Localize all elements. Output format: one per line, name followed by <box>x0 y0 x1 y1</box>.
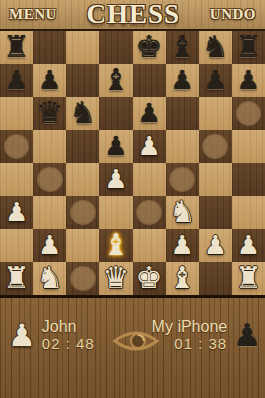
square-h1[interactable]: ♜ <box>232 262 265 295</box>
square-c4[interactable] <box>66 163 99 196</box>
black-pawn-g7[interactable]: ♟ <box>204 67 227 93</box>
square-g5[interactable] <box>199 130 232 163</box>
square-h7[interactable]: ♟ <box>232 64 265 97</box>
square-a1[interactable]: ♜ <box>0 262 33 295</box>
square-e3[interactable] <box>133 196 166 229</box>
square-e5[interactable]: ♟ <box>133 130 166 163</box>
white-rook-h1[interactable]: ♜ <box>235 263 262 293</box>
undo-button[interactable]: UNDO <box>210 6 256 23</box>
white-knight-b1[interactable]: ♞ <box>36 263 63 293</box>
square-a8[interactable]: ♜ <box>0 31 33 64</box>
square-c3[interactable] <box>66 196 99 229</box>
header-bar: MENU CHESS UNDO <box>0 0 265 31</box>
square-h6[interactable] <box>232 97 265 130</box>
square-e1[interactable]: ♚ <box>133 262 166 295</box>
square-b3[interactable] <box>33 196 66 229</box>
black-rook-h8[interactable]: ♜ <box>235 32 262 62</box>
square-a4[interactable] <box>0 163 33 196</box>
legal-move-marker[interactable] <box>202 134 228 160</box>
legal-move-marker[interactable] <box>70 200 96 226</box>
white-pawn-f2[interactable]: ♟ <box>171 232 194 258</box>
square-a7[interactable]: ♟ <box>0 64 33 97</box>
square-d1[interactable]: ♛ <box>99 262 132 295</box>
legal-move-marker[interactable] <box>236 101 262 127</box>
white-player-info: ♟ John 02 : 48 <box>8 318 95 352</box>
white-player-clock: 02 : 48 <box>42 335 95 352</box>
square-g2[interactable]: ♟ <box>199 229 232 262</box>
square-e8[interactable]: ♚ <box>133 31 166 64</box>
square-e2[interactable] <box>133 229 166 262</box>
legal-move-marker[interactable] <box>4 134 30 160</box>
square-f3[interactable]: ♞ <box>166 196 199 229</box>
square-g7[interactable]: ♟ <box>199 64 232 97</box>
square-g4[interactable] <box>199 163 232 196</box>
square-a3[interactable]: ♟ <box>0 196 33 229</box>
white-bishop-f1[interactable]: ♝ <box>169 263 196 293</box>
square-h8[interactable]: ♜ <box>232 31 265 64</box>
square-b1[interactable]: ♞ <box>33 262 66 295</box>
white-pawn-h2[interactable]: ♟ <box>237 232 260 258</box>
square-c7[interactable] <box>66 64 99 97</box>
black-pawn-f7[interactable]: ♟ <box>171 67 194 93</box>
black-player-name: My iPhone <box>152 318 228 335</box>
square-g3[interactable] <box>199 196 232 229</box>
square-d8[interactable] <box>99 31 132 64</box>
white-pawn-a3[interactable]: ♟ <box>5 199 28 225</box>
white-knight-f3[interactable]: ♞ <box>169 197 196 227</box>
white-pawn-b2[interactable]: ♟ <box>38 232 61 258</box>
black-queen-b6[interactable]: ♛ <box>36 98 63 128</box>
white-queen-d1[interactable]: ♛ <box>102 263 129 293</box>
menu-button[interactable]: MENU <box>9 6 57 23</box>
square-d2[interactable]: ♝ <box>99 229 132 262</box>
square-a6[interactable] <box>0 97 33 130</box>
square-g6[interactable] <box>199 97 232 130</box>
chess-board: ♜♚♝♞♜♟♟♝♟♟♟♛♞♟♟♟♟♟♞♟♝♟♟♟♜♞♛♚♝♜ <box>0 31 265 297</box>
square-c2[interactable] <box>66 229 99 262</box>
white-pawn-d4[interactable]: ♟ <box>104 166 127 192</box>
black-bishop-d7[interactable]: ♝ <box>102 65 129 95</box>
square-c6[interactable]: ♞ <box>66 97 99 130</box>
square-h5[interactable] <box>232 130 265 163</box>
footer-bar: ♟ John 02 : 48 My iPhone 01 : 38 ♟ <box>0 297 265 398</box>
black-pawn-h7[interactable]: ♟ <box>237 67 260 93</box>
square-c1[interactable] <box>66 262 99 295</box>
white-king-e1[interactable]: ♚ <box>136 263 163 293</box>
square-b5[interactable] <box>33 130 66 163</box>
black-knight-c6[interactable]: ♞ <box>69 98 96 128</box>
square-f2[interactable]: ♟ <box>166 229 199 262</box>
black-pawn-d5[interactable]: ♟ <box>104 133 127 159</box>
square-g8[interactable]: ♞ <box>199 31 232 64</box>
legal-move-marker[interactable] <box>136 200 162 226</box>
square-f6[interactable] <box>166 97 199 130</box>
black-knight-g8[interactable]: ♞ <box>202 32 229 62</box>
square-b4[interactable] <box>33 163 66 196</box>
square-f7[interactable]: ♟ <box>166 64 199 97</box>
white-pawn-g2[interactable]: ♟ <box>204 232 227 258</box>
square-f5[interactable] <box>166 130 199 163</box>
square-e6[interactable]: ♟ <box>133 97 166 130</box>
square-b2[interactable]: ♟ <box>33 229 66 262</box>
square-d4[interactable]: ♟ <box>99 163 132 196</box>
square-d5[interactable]: ♟ <box>99 130 132 163</box>
black-pawn-icon: ♟ <box>233 320 261 351</box>
black-rook-a8[interactable]: ♜ <box>3 32 30 62</box>
black-pawn-a7[interactable]: ♟ <box>5 67 28 93</box>
black-player-info: My iPhone 01 : 38 ♟ <box>152 318 261 352</box>
legal-move-marker[interactable] <box>70 266 96 292</box>
square-b8[interactable] <box>33 31 66 64</box>
square-a5[interactable] <box>0 130 33 163</box>
black-bishop-f8[interactable]: ♝ <box>169 32 196 62</box>
square-c8[interactable] <box>66 31 99 64</box>
white-rook-a1[interactable]: ♜ <box>3 263 30 293</box>
square-h4[interactable] <box>232 163 265 196</box>
white-player-name: John <box>42 318 95 335</box>
square-e4[interactable] <box>133 163 166 196</box>
square-e7[interactable] <box>133 64 166 97</box>
white-pawn-icon: ♟ <box>8 320 36 351</box>
legal-move-marker[interactable] <box>169 167 195 193</box>
white-pawn-e5[interactable]: ♟ <box>137 133 160 159</box>
square-f4[interactable] <box>166 163 199 196</box>
black-player-clock: 01 : 38 <box>174 335 227 352</box>
square-c5[interactable] <box>66 130 99 163</box>
square-d6[interactable] <box>99 97 132 130</box>
square-h3[interactable] <box>232 196 265 229</box>
white-bishop-d2[interactable]: ♝ <box>102 230 129 260</box>
square-a2[interactable] <box>0 229 33 262</box>
square-h2[interactable]: ♟ <box>232 229 265 262</box>
black-pawn-e6[interactable]: ♟ <box>137 100 160 126</box>
square-d3[interactable] <box>99 196 132 229</box>
square-b6[interactable]: ♛ <box>33 97 66 130</box>
square-b7[interactable]: ♟ <box>33 64 66 97</box>
square-g1[interactable] <box>199 262 232 295</box>
app-title: CHESS <box>87 0 181 30</box>
square-f1[interactable]: ♝ <box>166 262 199 295</box>
black-pawn-b7[interactable]: ♟ <box>38 67 61 93</box>
square-f8[interactable]: ♝ <box>166 31 199 64</box>
chess-app: MENU CHESS UNDO ♜♚♝♞♜♟♟♝♟♟♟♛♞♟♟♟♟♟♞♟♝♟♟♟… <box>0 0 265 398</box>
black-king-e8[interactable]: ♚ <box>136 32 163 62</box>
legal-move-marker[interactable] <box>37 167 63 193</box>
square-d7[interactable]: ♝ <box>99 64 132 97</box>
